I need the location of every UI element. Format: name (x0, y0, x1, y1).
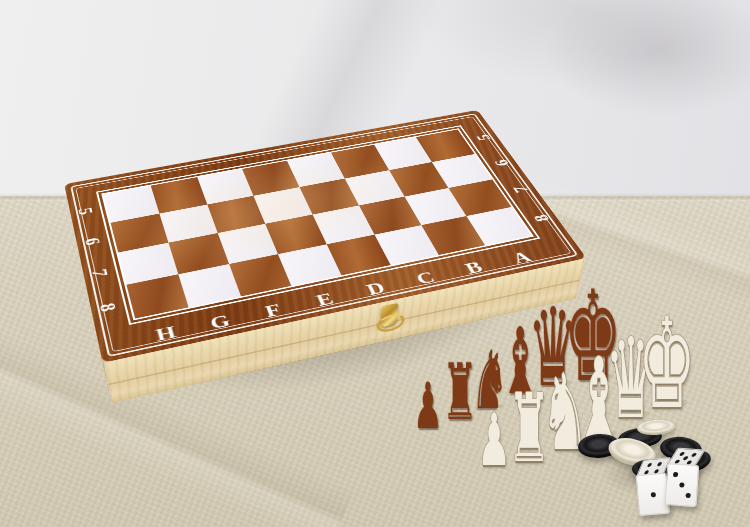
brass-clasp (373, 301, 406, 333)
product-photo-scene: HGFEDCBA 5678 5678 ♟♜♞♝♛♚♟♜♞♝♛♚ (0, 0, 750, 527)
